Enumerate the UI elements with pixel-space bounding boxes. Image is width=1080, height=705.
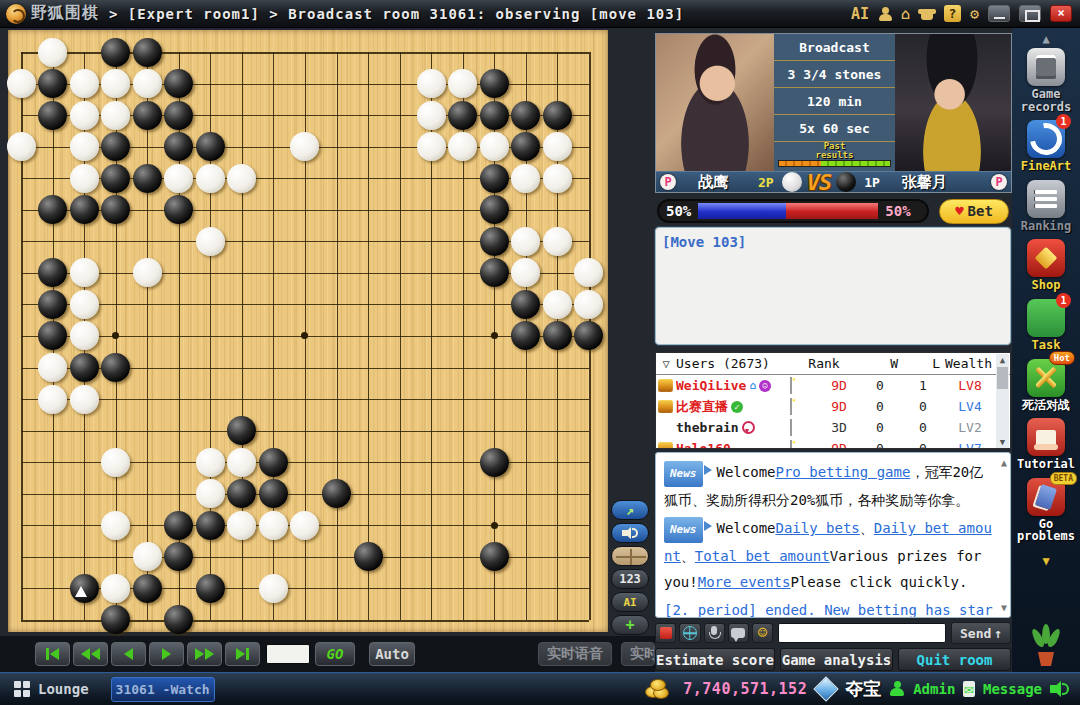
sidebar-item-tutorial[interactable]: Tutorial (1013, 418, 1079, 471)
stone-black (164, 132, 193, 161)
stone-black (227, 479, 256, 508)
sidebar-items: Game records1FineArtRankingShop1TaskHot死… (1013, 48, 1079, 550)
users-rows: WeiQiLive⌂☺9D01LV8比赛直播✓9D00LV4thebrain3D… (656, 375, 1010, 449)
user-rank: 9D (820, 378, 858, 393)
stone-black (133, 164, 162, 193)
fast-forward-button[interactable] (187, 642, 222, 666)
stone-white (574, 258, 603, 287)
player-left-name: 战鹰 (698, 173, 728, 192)
stone-black (196, 132, 225, 161)
sidebar-item-label: 死活对战 (1013, 399, 1079, 412)
stone-white (38, 353, 67, 382)
sidebar-item-label: Tutorial (1013, 458, 1079, 471)
stone-black (38, 101, 67, 130)
chat-message: [2. period] ended. New betting has start… (664, 597, 994, 618)
stone-white (70, 164, 99, 193)
user-wealth: LV8 (944, 378, 996, 393)
bet-bar-blue (698, 203, 786, 219)
stone-white (164, 164, 193, 193)
playback-buttons (0, 642, 260, 666)
app-window: 野狐围棋 > [Expert room1] > Broadcast room 3… (0, 0, 1080, 705)
stone-black (38, 258, 67, 287)
stone-white (70, 321, 99, 350)
stone-white (70, 101, 99, 130)
stone-black (70, 195, 99, 224)
filter-icon[interactable]: ▽ (656, 357, 676, 371)
stone-white (101, 448, 130, 477)
sidebar-scroll-down[interactable]: ▼ (1042, 554, 1049, 568)
gear-icon[interactable]: ⚙ (970, 5, 979, 23)
user-name: WeiQiLive⌂☺ (676, 378, 790, 393)
sidebar-item-label: Shop (1013, 279, 1079, 292)
user-wins: 0 (858, 441, 902, 449)
grid-line (337, 52, 338, 620)
stone-white (543, 164, 572, 193)
sidebar-item-label: Go problems (1013, 518, 1079, 543)
user-name: 比赛直播✓ (676, 398, 790, 416)
stone-white (511, 227, 540, 256)
user-wins: 0 (858, 399, 902, 414)
stone-white (101, 101, 130, 130)
stone-black (196, 511, 225, 540)
close-button[interactable]: × (1050, 5, 1072, 22)
stone-black (480, 227, 509, 256)
stone-white (101, 69, 130, 98)
user-wealth: LV7 (944, 441, 996, 449)
hoshi-point (112, 332, 119, 339)
past-results-orange-segment (779, 161, 821, 166)
user-icon[interactable] (878, 6, 892, 22)
handicap-info: 3 3/4 stones (774, 61, 895, 88)
add-button[interactable]: + (611, 615, 649, 635)
user-name: thebrain (676, 420, 790, 435)
stone-black (133, 574, 162, 603)
stone-white (227, 164, 256, 193)
sound-toggle-icon[interactable] (1050, 681, 1070, 697)
stone-black (38, 290, 67, 319)
admin-icon[interactable] (889, 681, 905, 697)
admin-label[interactable]: Admin (913, 681, 955, 697)
past-results[interactable]: Pastresults (774, 142, 895, 170)
stone-black (511, 321, 540, 350)
move-info-panel: [Move 103] (655, 227, 1011, 345)
sidebar-item-problems[interactable]: BETAGo problems (1013, 478, 1079, 543)
stone-black (480, 164, 509, 193)
stone-black (164, 195, 193, 224)
col-wins: W (858, 356, 902, 371)
treasure-button[interactable]: 夺宝 (845, 677, 881, 701)
bet-button[interactable]: ♥ Bet (939, 199, 1009, 224)
stone-white (574, 290, 603, 319)
users-list-panel: ▽ Users (2673) Rank W L Wealth WeiQiLive… (655, 352, 1011, 449)
vs-label: VS (807, 170, 832, 195)
step-forward-button[interactable] (149, 642, 184, 666)
bet-left-percent: 50% (659, 203, 698, 219)
sidebar-item-task[interactable]: 1Task (1013, 299, 1079, 352)
stone-white (38, 38, 67, 67)
stone-white (511, 258, 540, 287)
stone-white (417, 132, 446, 161)
users-count: Users (2673) (676, 356, 790, 371)
stone-white (227, 448, 256, 477)
send-arrow-icon: ↑ (994, 626, 1002, 641)
stone-white (290, 511, 319, 540)
user-row[interactable]: WeiQiLive⌂☺9D01LV8 (656, 375, 1010, 396)
user-wealth: LV4 (944, 399, 996, 414)
sidebar-item-fineart[interactable]: 1FineArt (1013, 120, 1079, 173)
stone-black (511, 101, 540, 130)
broadcast-type: Broadcast (774, 34, 895, 61)
player-right-tag: 1P (864, 175, 880, 190)
betting-odds-bar: 50% 50% (657, 199, 929, 223)
sound-button[interactable] (611, 523, 649, 543)
stone-white (133, 542, 162, 571)
stone-white (70, 290, 99, 319)
chat-link[interactable]: Daily bets (776, 520, 860, 536)
chat-text-input[interactable] (778, 623, 946, 643)
news-badge: News (664, 461, 703, 487)
stone-black (259, 448, 288, 477)
byoyomi-info: 5x 60 sec (774, 115, 895, 142)
to-start-button[interactable] (35, 642, 70, 666)
flag-ru-icon (790, 419, 792, 436)
badge: 1 (1056, 293, 1071, 308)
flag-cn-icon (790, 440, 792, 449)
stone-black (38, 321, 67, 350)
chat-text: Welcome (717, 520, 776, 536)
player-name-row: P 战鹰 2P VS 1P 张馨月 P (656, 171, 1011, 192)
sidebar-item-label: Task (1013, 339, 1079, 352)
go-board[interactable] (8, 30, 608, 632)
chat-message: NewsWelcomePro betting game，冠军20亿狐币、奖励所得… (664, 459, 994, 513)
chat-bubble-button[interactable] (728, 623, 749, 643)
lounge-grid-icon (14, 681, 31, 698)
stone-black (164, 101, 193, 130)
news-badge: News (664, 517, 703, 543)
pro-badge-left: P (660, 174, 676, 190)
home-icon: ⌂ (749, 380, 756, 392)
sidebar-item-duel[interactable]: Hot死活对战 (1013, 359, 1079, 412)
ranking-icon (1027, 180, 1065, 218)
sidebar-item-shop[interactable]: Shop (1013, 239, 1079, 292)
speaker-icon (622, 527, 638, 539)
user-row[interactable]: Halo1609D00LV7 (656, 438, 1010, 449)
stone-black (480, 542, 509, 571)
stone-white (133, 258, 162, 287)
stone-black (164, 542, 193, 571)
chat-input-row: ☺ Send ↑ (655, 620, 1011, 646)
move-number-text: [Move 103] (662, 234, 746, 250)
minimize-button[interactable] (988, 5, 1010, 22)
stone-black (38, 69, 67, 98)
user-rank: 3D (820, 420, 858, 435)
lounge-tab[interactable]: Lounge (14, 681, 89, 698)
room-action-buttons: Estimate score Game analysis Quit room (655, 648, 1011, 671)
stone-white (511, 164, 540, 193)
vip-medal-icon (658, 442, 673, 449)
status-text: [2. period] ended. New betting has start… (664, 602, 993, 618)
stone-black (448, 101, 477, 130)
stone-black (133, 101, 162, 130)
stone-white (196, 448, 225, 477)
help-icon[interactable]: ? (944, 5, 961, 22)
sidebar-item-label: Ranking (1013, 220, 1079, 233)
duel-icon: Hot (1027, 359, 1065, 397)
stone-white (259, 511, 288, 540)
fox-logo-icon (6, 4, 26, 24)
stone-white (448, 69, 477, 98)
chat-scroll-up[interactable]: ▲ (1001, 457, 1007, 468)
stone-white (101, 574, 130, 603)
stone-black (227, 416, 256, 445)
user-rank: 9D (820, 399, 858, 414)
stone-white (101, 511, 130, 540)
stone-white (70, 385, 99, 414)
stone-black (354, 542, 383, 571)
move-number-input[interactable] (266, 644, 310, 664)
stone-black (101, 164, 130, 193)
chat-text: Please click quickly. (790, 574, 967, 590)
right-panel: Broadcast 3 3/4 stones 120 min 5x 60 sec… (655, 30, 1012, 672)
records-icon (1027, 48, 1065, 86)
chat-text: 、 (860, 520, 874, 536)
coordinates-button[interactable]: 123 (611, 569, 649, 589)
player-left-tag: 2P (758, 175, 774, 190)
user-row[interactable]: 比赛直播✓9D00LV4 (656, 396, 1010, 417)
statusbar: Lounge 31061 -Watch 7,740,571,152 夺宝 Adm… (0, 672, 1080, 705)
message-label[interactable]: Message (983, 681, 1042, 697)
stone-white (133, 69, 162, 98)
chat-link[interactable]: More events (698, 574, 791, 590)
estimate-score-button[interactable]: Estimate score (655, 648, 775, 671)
badge: BETA (1050, 472, 1077, 485)
ai-button[interactable]: AI (851, 5, 869, 23)
user-losses: 0 (902, 441, 944, 449)
hoshi-point (491, 332, 498, 339)
stone-white (417, 101, 446, 130)
flag-cn-icon (790, 398, 792, 415)
past-results-bar (778, 160, 891, 167)
stone-black (38, 195, 67, 224)
voice-chat-button[interactable] (704, 623, 725, 643)
stone-white (38, 385, 67, 414)
heart-icon: ♥ (955, 203, 963, 219)
send-button[interactable]: Send ↑ (951, 622, 1011, 644)
stone-white (480, 132, 509, 161)
user-losses: 0 (902, 399, 944, 414)
board-style-button[interactable] (611, 546, 649, 566)
stone-white (196, 479, 225, 508)
stone-white (70, 132, 99, 161)
stone-black (574, 321, 603, 350)
room-tab-active[interactable]: 31061 -Watch (111, 677, 215, 702)
chat-link[interactable]: Pro betting game (776, 464, 911, 480)
auto-button[interactable]: Auto (369, 642, 415, 666)
stone-black (480, 258, 509, 287)
avatar-left-photo (656, 34, 774, 171)
stone-black (101, 38, 130, 67)
to-end-button[interactable] (225, 642, 260, 666)
emoji-button[interactable]: ☺ (752, 623, 773, 643)
quit-room-button[interactable]: Quit room (898, 648, 1011, 671)
app-sidebar: ▲ Game records1FineArtRankingShop1TaskHo… (1012, 28, 1080, 672)
user-losses: 0 (902, 420, 944, 435)
user-rank: 9D (820, 441, 858, 449)
stone-black (164, 511, 193, 540)
chat-scroll-down[interactable]: ▼ (1001, 602, 1007, 613)
avatar-right-photo (893, 34, 1011, 171)
stone-black (196, 574, 225, 603)
stone-black (543, 321, 572, 350)
microphone-icon (709, 626, 719, 640)
sidebar-item-ranking[interactable]: Ranking (1013, 180, 1079, 233)
user-wealth: LV2 (944, 420, 996, 435)
coin-balance: 7,740,571,152 (683, 680, 807, 698)
users-scroll-up[interactable]: ▲ (996, 354, 1009, 366)
share-icon: ↗ (626, 503, 634, 518)
chat-link[interactable]: Total bet amount (695, 548, 830, 564)
stone-black (164, 69, 193, 98)
white-stone-icon (782, 172, 802, 192)
stone-black (480, 195, 509, 224)
stone-black (480, 69, 509, 98)
chat-text: Welcome (717, 464, 776, 480)
stone-white (196, 227, 225, 256)
chat-messages: NewsWelcomePro betting game，冠军20亿狐币、奖励所得… (664, 459, 994, 618)
stone-white (543, 227, 572, 256)
stone-white (196, 164, 225, 193)
badge: Hot (1049, 351, 1075, 365)
stone-black (164, 605, 193, 634)
betting-row: 50% 50% ♥ Bet (657, 198, 1010, 224)
bet-bar-red (786, 203, 878, 219)
stone-white (543, 132, 572, 161)
stone-black (101, 605, 130, 634)
ai-analysis-button[interactable]: AI (611, 592, 649, 612)
restore-button[interactable] (1019, 5, 1041, 22)
problems-icon: BETA (1027, 478, 1065, 516)
smiley-icon: ☺ (758, 625, 768, 641)
stone-black (480, 101, 509, 130)
message-icon[interactable]: ✉ (963, 681, 975, 697)
share-button[interactable]: ↗ (611, 500, 649, 520)
hoshi-point (491, 522, 498, 529)
chat-panel: NewsWelcomePro betting game，冠军20亿狐币、奖励所得… (655, 452, 1011, 618)
user-wins: 0 (858, 378, 902, 393)
stone-black (70, 353, 99, 382)
col-rank: Rank (790, 356, 858, 371)
stone-white (7, 132, 36, 161)
player-right-name: 张馨月 (902, 173, 947, 192)
users-scroll-down[interactable]: ▼ (996, 436, 1009, 448)
globe-icon (683, 626, 697, 640)
pro-badge-right: P (991, 174, 1007, 190)
stone-white (70, 69, 99, 98)
home-icon[interactable]: ⌂ (901, 5, 910, 23)
stone-black (511, 132, 540, 161)
sidebar-item-label: FineArt (1013, 160, 1079, 173)
purple-face-icon: ☺ (759, 380, 771, 392)
user-losses: 1 (902, 378, 944, 393)
grid-line (21, 399, 589, 400)
stone-white (70, 258, 99, 287)
grid-line (400, 52, 401, 620)
sidebar-item-records[interactable]: Game records (1013, 48, 1079, 113)
stone-black (511, 290, 540, 319)
stone-black (70, 574, 99, 603)
col-wealth: Wealth (944, 356, 996, 371)
tutorial-icon (1027, 418, 1065, 456)
record-icon (660, 627, 672, 639)
chat-text: 、 (681, 548, 695, 564)
stone-white (543, 290, 572, 319)
user-row[interactable]: thebrain3D00LV2 (656, 417, 1010, 438)
badge: 1 (1056, 114, 1071, 129)
stone-black (322, 479, 351, 508)
game-analysis-button[interactable]: Game analysis (780, 648, 893, 671)
diamond-icon (813, 676, 838, 701)
hoshi-point (301, 332, 308, 339)
stone-white (290, 132, 319, 161)
wardrobe-icon[interactable] (919, 7, 935, 21)
language-button[interactable] (679, 623, 700, 643)
fast-back-button[interactable] (73, 642, 108, 666)
vip-medal-icon (658, 400, 673, 413)
stone-white (417, 69, 446, 98)
go-button[interactable]: GO (315, 642, 355, 666)
col-losses: L (902, 356, 944, 371)
live-voice-button-clipped[interactable]: 实时语音 (621, 642, 655, 666)
shop-icon (1027, 239, 1065, 277)
titlebar: 野狐围棋 > [Expert room1] > Broadcast room 3… (0, 0, 1080, 28)
location-pin-icon (742, 421, 752, 434)
users-scrollbar[interactable]: ▲ ▼ (996, 354, 1009, 448)
live-voice-button[interactable]: 实时语音 (538, 642, 612, 666)
app-logo: 野狐围棋 (6, 3, 99, 24)
flag-cn-icon (790, 377, 792, 394)
step-back-button[interactable] (111, 642, 146, 666)
black-stone-icon (836, 172, 856, 192)
stone-white (448, 132, 477, 161)
chat-message: NewsWelcomeDaily bets、Daily bet amount、T… (664, 515, 994, 595)
task-icon: 1 (1027, 299, 1065, 337)
user-wins: 0 (858, 420, 902, 435)
player-info-box: Broadcast 3 3/4 stones 120 min 5x 60 sec… (655, 33, 1012, 193)
side-button-stack: ↗ 123 AI + (611, 500, 651, 635)
grid-line (368, 52, 369, 620)
stone-black (259, 479, 288, 508)
stone-white (259, 574, 288, 603)
grid-line (21, 431, 589, 432)
plant-decoration (1031, 624, 1061, 666)
stone-black (101, 195, 130, 224)
broadcast-toggle-button[interactable] (655, 623, 676, 643)
grid-line (21, 494, 589, 495)
coins-icon (645, 678, 675, 700)
sidebar-scroll-up[interactable]: ▲ (1042, 32, 1049, 46)
broadcast-info-column: Broadcast 3 3/4 stones 120 min 5x 60 sec… (774, 34, 895, 171)
stone-white (7, 69, 36, 98)
speech-bubble-icon (731, 628, 745, 638)
logo-text: 野狐围棋 (31, 3, 99, 24)
stone-black (101, 353, 130, 382)
past-results-green-segment (821, 161, 890, 166)
users-scroll-thumb[interactable] (997, 367, 1008, 389)
fineart-icon: 1 (1027, 120, 1065, 158)
green-check-icon: ✓ (731, 401, 743, 413)
bet-right-percent: 50% (878, 203, 917, 219)
sidebar-item-label: Game records (1013, 88, 1079, 113)
